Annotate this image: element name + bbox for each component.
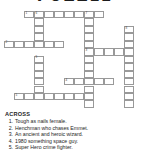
grid-cell[interactable] [94, 11, 104, 18]
grid-cell[interactable] [24, 93, 34, 100]
grid-cell[interactable] [124, 41, 134, 48]
grid-cell[interactable] [84, 18, 94, 25]
grid-cell[interactable] [94, 78, 104, 85]
clue-number-label: 7 [85, 12, 87, 15]
grid-cell[interactable] [124, 86, 134, 93]
grid-cell[interactable] [84, 56, 94, 63]
grid-cell[interactable]: 3 [84, 48, 94, 55]
crossword-board: 167823945 [4, 11, 144, 108]
clue-number-label: 9 [35, 56, 37, 59]
grid-cell[interactable] [34, 71, 44, 78]
grid-cell[interactable] [74, 93, 84, 100]
grid-cell[interactable] [84, 100, 94, 107]
grid-cell[interactable] [94, 48, 104, 55]
clue-number-label: 2 [5, 41, 7, 44]
clue-number-label: 4 [65, 79, 67, 82]
grid-cell[interactable] [34, 63, 44, 70]
grid-cell[interactable] [34, 41, 44, 48]
grid-cell[interactable] [34, 93, 44, 100]
grid-cell[interactable] [54, 41, 64, 48]
grid-cell[interactable] [84, 71, 94, 78]
across-clues: 1.Tough as nails female.2.Henchman who c… [5, 118, 149, 150]
grid-cell[interactable] [124, 48, 134, 55]
clue-number-label: 8 [125, 27, 127, 30]
grid-cell[interactable] [24, 41, 34, 48]
grid-cell[interactable] [84, 86, 94, 93]
grid-cell[interactable] [104, 48, 114, 55]
grid-cell[interactable] [54, 11, 64, 18]
grid-cell[interactable]: 5 [14, 93, 24, 100]
grid-cell[interactable] [74, 78, 84, 85]
grid-cell[interactable] [124, 78, 134, 85]
grid-cell[interactable] [124, 93, 134, 100]
grid-cell[interactable]: 9 [34, 56, 44, 63]
grid-cell[interactable] [34, 18, 44, 25]
grid-cell[interactable]: 2 [4, 41, 14, 48]
grid-cell[interactable]: 1 [24, 11, 34, 18]
grid-cell[interactable] [74, 11, 84, 18]
grid-cell[interactable] [124, 100, 134, 107]
grid-cell[interactable] [14, 41, 24, 48]
grid-cell[interactable]: 6 [34, 11, 44, 18]
grid-cell[interactable] [34, 86, 44, 93]
grid-cell[interactable] [44, 41, 54, 48]
clue-item-text: Super Hero crime fighter. [15, 144, 73, 150]
grid-cell[interactable]: 8 [124, 26, 134, 33]
grid-cell[interactable]: 7 [84, 11, 94, 18]
puzzle-title-clipped: PUZZLE [0, 0, 150, 4]
grid-cell[interactable]: 4 [64, 78, 74, 85]
clue-item: 5.Super Hero crime fighter. [5, 144, 149, 150]
grid-cell[interactable] [84, 63, 94, 70]
puzzle-title-text: PUZZLE [0, 0, 150, 4]
grid-cell[interactable] [124, 33, 134, 40]
grid-cell[interactable] [84, 78, 94, 85]
grid-cell[interactable] [104, 78, 114, 85]
grid-cell[interactable] [64, 93, 74, 100]
grid-cell[interactable] [84, 26, 94, 33]
grid-cell[interactable] [124, 56, 134, 63]
clue-number-label: 5 [15, 94, 17, 97]
grid-cell[interactable] [64, 11, 74, 18]
grid-cell[interactable] [84, 33, 94, 40]
grid-cell[interactable] [34, 26, 44, 33]
grid-cell[interactable] [34, 78, 44, 85]
grid-cell[interactable] [54, 93, 64, 100]
grid-cell[interactable] [44, 93, 54, 100]
clue-list: ACROSS 1.Tough as nails female.2.Henchma… [5, 111, 149, 150]
clue-number-label: 1 [25, 12, 27, 15]
clue-number-label: 3 [85, 49, 87, 52]
grid-cell[interactable] [34, 33, 44, 40]
grid-cell[interactable] [44, 11, 54, 18]
grid-cell[interactable] [114, 48, 124, 55]
grid-cell[interactable] [84, 93, 94, 100]
grid-cell[interactable] [124, 71, 134, 78]
clue-number-label: 6 [35, 12, 37, 15]
clue-item-number: 5. [5, 144, 15, 150]
grid-cell[interactable] [124, 63, 134, 70]
across-header: ACROSS [5, 111, 149, 118]
